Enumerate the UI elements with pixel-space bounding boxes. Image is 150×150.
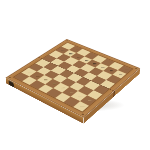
piece-glyph: ♟ [114,65,123,76]
frame-nail-icon [8,77,12,79]
board-square[interactable]: ♜ [73,101,89,112]
piece-glyph: ♜ [74,93,87,108]
product-photo-scene: ♜♞♝♛♚♝♞♜♟♟♟♟♟♟♟♟♟♟♟♟♟♟♟♟♜♞♝♛♚♝♞♜ [0,0,150,150]
board-square[interactable]: ♟ [112,70,127,79]
